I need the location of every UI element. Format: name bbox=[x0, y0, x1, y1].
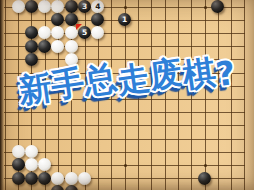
white-stone bbox=[38, 0, 51, 13]
white-stone bbox=[12, 0, 25, 13]
black-stone bbox=[65, 185, 78, 190]
star-point bbox=[204, 6, 207, 9]
black-stone bbox=[25, 53, 38, 66]
black-stone-move-5: 5 bbox=[78, 26, 91, 39]
last-move-marker bbox=[76, 24, 82, 30]
star-point bbox=[124, 85, 127, 88]
white-stone bbox=[25, 145, 38, 158]
black-stone bbox=[12, 158, 25, 171]
grid-line-horizontal bbox=[4, 139, 245, 140]
star-point bbox=[124, 6, 127, 9]
white-stone bbox=[12, 145, 25, 158]
white-stone bbox=[38, 26, 51, 39]
grid-line-vertical bbox=[205, 0, 206, 190]
grid-line-vertical bbox=[165, 0, 166, 190]
black-stone bbox=[25, 172, 38, 185]
white-stone bbox=[25, 158, 38, 171]
grid-line-horizontal bbox=[4, 59, 245, 60]
black-stone-move-1: 1 bbox=[118, 13, 131, 26]
move-number-label: 5 bbox=[82, 29, 87, 37]
grid-line-horizontal bbox=[4, 112, 245, 113]
black-stone bbox=[51, 13, 64, 26]
white-stone bbox=[65, 172, 78, 185]
grid-line-vertical bbox=[138, 0, 139, 190]
white-stone bbox=[51, 26, 64, 39]
go-board[interactable]: 3415 bbox=[0, 0, 254, 190]
white-stone bbox=[78, 172, 91, 185]
black-stone bbox=[25, 40, 38, 53]
grid-line-vertical bbox=[231, 0, 232, 190]
white-stone bbox=[51, 40, 64, 53]
white-stone bbox=[91, 26, 104, 39]
left-edge-shadow bbox=[0, 0, 4, 190]
white-stone bbox=[65, 53, 78, 66]
move-number-label: 4 bbox=[95, 3, 100, 11]
black-stone bbox=[211, 0, 224, 13]
black-stone bbox=[51, 185, 64, 190]
black-stone bbox=[91, 13, 104, 26]
star-point bbox=[44, 85, 47, 88]
grid-line-vertical bbox=[244, 0, 245, 190]
star-point bbox=[204, 164, 207, 167]
black-stone bbox=[12, 172, 25, 185]
black-stone-move-3: 3 bbox=[78, 0, 91, 13]
black-stone bbox=[38, 40, 51, 53]
black-stone bbox=[25, 26, 38, 39]
white-stone bbox=[65, 40, 78, 53]
black-stone bbox=[65, 0, 78, 13]
black-stone bbox=[198, 172, 211, 185]
grid-line-vertical bbox=[151, 0, 152, 190]
white-stone-move-4: 4 bbox=[91, 0, 104, 13]
video-frame[interactable]: 3415 新手总走废棋? bbox=[0, 0, 254, 190]
grid-line-horizontal bbox=[4, 99, 245, 100]
white-stone bbox=[51, 172, 64, 185]
white-stone bbox=[38, 158, 51, 171]
black-stone bbox=[25, 0, 38, 13]
move-number-label: 1 bbox=[122, 16, 127, 24]
star-point bbox=[204, 85, 207, 88]
grid-line-vertical bbox=[5, 0, 6, 190]
black-stone bbox=[38, 172, 51, 185]
grid-line-vertical bbox=[218, 0, 219, 190]
grid-line-horizontal bbox=[4, 125, 245, 126]
grid-line-vertical bbox=[178, 0, 179, 190]
grid-line-vertical bbox=[125, 0, 126, 190]
star-point bbox=[124, 164, 127, 167]
grid-line-vertical bbox=[191, 0, 192, 190]
white-stone bbox=[51, 0, 64, 13]
grid-line-vertical bbox=[111, 0, 112, 190]
grid-line-horizontal bbox=[4, 152, 245, 153]
grid-line-horizontal bbox=[4, 73, 245, 74]
move-number-label: 3 bbox=[82, 3, 87, 11]
